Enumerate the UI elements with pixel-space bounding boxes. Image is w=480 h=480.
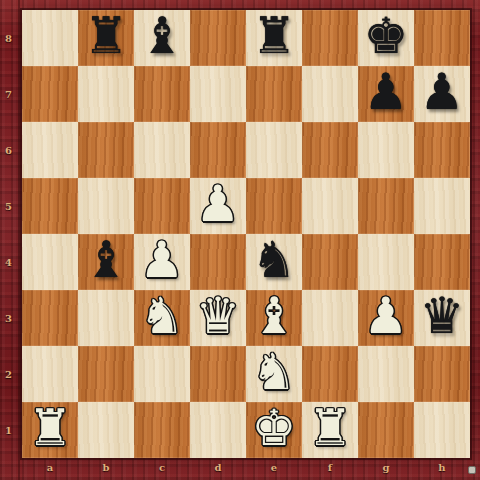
square-h6[interactable] xyxy=(414,122,470,178)
square-c5[interactable] xyxy=(134,178,190,234)
file-label-g: g xyxy=(358,458,414,480)
file-label-e: e xyxy=(246,458,302,480)
square-h8[interactable] xyxy=(414,10,470,66)
square-a1[interactable]: ♜ xyxy=(22,402,78,458)
file-label-b: b xyxy=(78,458,134,480)
square-c1[interactable] xyxy=(134,402,190,458)
square-a6[interactable] xyxy=(22,122,78,178)
file-labels: abcdefgh xyxy=(22,458,470,480)
square-e6[interactable] xyxy=(246,122,302,178)
square-f4[interactable] xyxy=(302,234,358,290)
square-a2[interactable] xyxy=(22,346,78,402)
square-c2[interactable] xyxy=(134,346,190,402)
square-f6[interactable] xyxy=(302,122,358,178)
square-g1[interactable] xyxy=(358,402,414,458)
square-g2[interactable] xyxy=(358,346,414,402)
piece-black-rook: ♜ xyxy=(84,8,129,64)
square-b7[interactable] xyxy=(78,66,134,122)
square-c7[interactable] xyxy=(134,66,190,122)
square-h1[interactable] xyxy=(414,402,470,458)
chess-board: ♜♝♜♚♟♟♟♝♟♞♞♛♝♟♛♞♜♚♜ xyxy=(22,10,470,458)
square-d7[interactable] xyxy=(190,66,246,122)
square-e2[interactable]: ♞ xyxy=(246,346,302,402)
square-f3[interactable] xyxy=(302,290,358,346)
square-h7[interactable]: ♟ xyxy=(414,66,470,122)
piece-black-queen: ♛ xyxy=(420,288,465,344)
file-label-a: a xyxy=(22,458,78,480)
file-label-h: h xyxy=(414,458,470,480)
square-d5[interactable]: ♟ xyxy=(190,178,246,234)
file-label-c: c xyxy=(134,458,190,480)
square-h5[interactable] xyxy=(414,178,470,234)
square-b6[interactable] xyxy=(78,122,134,178)
square-h2[interactable] xyxy=(414,346,470,402)
piece-black-pawn: ♟ xyxy=(420,64,465,120)
square-g8[interactable]: ♚ xyxy=(358,10,414,66)
board-frame: ♜♝♜♚♟♟♟♝♟♞♞♛♝♟♛♞♜♚♜ 87654321 abcdefgh xyxy=(0,0,480,480)
square-e3[interactable]: ♝ xyxy=(246,290,302,346)
piece-black-pawn: ♟ xyxy=(364,64,409,120)
file-label-d: d xyxy=(190,458,246,480)
piece-white-king: ♚ xyxy=(252,400,297,456)
square-d1[interactable] xyxy=(190,402,246,458)
square-h4[interactable] xyxy=(414,234,470,290)
piece-white-pawn: ♟ xyxy=(364,288,409,344)
square-b8[interactable]: ♜ xyxy=(78,10,134,66)
square-f7[interactable] xyxy=(302,66,358,122)
piece-white-pawn: ♟ xyxy=(196,176,241,232)
rank-labels: 87654321 xyxy=(0,10,22,458)
square-e4[interactable]: ♞ xyxy=(246,234,302,290)
rank-label-5: 5 xyxy=(0,178,22,234)
rank-label-6: 6 xyxy=(0,122,22,178)
rank-label-3: 3 xyxy=(0,290,22,346)
square-e1[interactable]: ♚ xyxy=(246,402,302,458)
square-c8[interactable]: ♝ xyxy=(134,10,190,66)
rank-label-4: 4 xyxy=(0,234,22,290)
square-b4[interactable]: ♝ xyxy=(78,234,134,290)
square-f2[interactable] xyxy=(302,346,358,402)
square-g6[interactable] xyxy=(358,122,414,178)
square-a7[interactable] xyxy=(22,66,78,122)
square-c3[interactable]: ♞ xyxy=(134,290,190,346)
square-b2[interactable] xyxy=(78,346,134,402)
piece-white-queen: ♛ xyxy=(196,288,241,344)
rank-label-8: 8 xyxy=(0,10,22,66)
square-h3[interactable]: ♛ xyxy=(414,290,470,346)
square-e7[interactable] xyxy=(246,66,302,122)
square-d2[interactable] xyxy=(190,346,246,402)
piece-white-rook: ♜ xyxy=(308,400,353,456)
square-d4[interactable] xyxy=(190,234,246,290)
rank-label-1: 1 xyxy=(0,402,22,458)
square-g3[interactable]: ♟ xyxy=(358,290,414,346)
piece-black-knight: ♞ xyxy=(252,232,297,288)
piece-white-knight: ♞ xyxy=(140,288,185,344)
piece-white-knight: ♞ xyxy=(252,344,297,400)
piece-white-pawn: ♟ xyxy=(140,232,185,288)
square-e5[interactable] xyxy=(246,178,302,234)
square-b1[interactable] xyxy=(78,402,134,458)
square-d8[interactable] xyxy=(190,10,246,66)
piece-black-bishop: ♝ xyxy=(84,232,129,288)
square-c6[interactable] xyxy=(134,122,190,178)
square-c4[interactable]: ♟ xyxy=(134,234,190,290)
square-a5[interactable] xyxy=(22,178,78,234)
file-label-f: f xyxy=(302,458,358,480)
square-a8[interactable] xyxy=(22,10,78,66)
square-e8[interactable]: ♜ xyxy=(246,10,302,66)
corner-handle xyxy=(468,466,476,474)
rank-label-2: 2 xyxy=(0,346,22,402)
piece-black-bishop: ♝ xyxy=(140,8,185,64)
square-b3[interactable] xyxy=(78,290,134,346)
square-g4[interactable] xyxy=(358,234,414,290)
rank-label-7: 7 xyxy=(0,66,22,122)
square-a4[interactable] xyxy=(22,234,78,290)
square-f5[interactable] xyxy=(302,178,358,234)
square-f1[interactable]: ♜ xyxy=(302,402,358,458)
piece-white-bishop: ♝ xyxy=(252,288,297,344)
square-f8[interactable] xyxy=(302,10,358,66)
piece-white-rook: ♜ xyxy=(28,400,73,456)
piece-black-rook: ♜ xyxy=(252,8,297,64)
square-d3[interactable]: ♛ xyxy=(190,290,246,346)
square-g7[interactable]: ♟ xyxy=(358,66,414,122)
square-b5[interactable] xyxy=(78,178,134,234)
square-a3[interactable] xyxy=(22,290,78,346)
square-g5[interactable] xyxy=(358,178,414,234)
piece-black-king: ♚ xyxy=(364,8,409,64)
square-d6[interactable] xyxy=(190,122,246,178)
